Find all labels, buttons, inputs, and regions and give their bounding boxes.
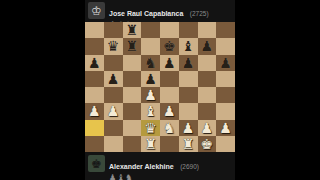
square-g7[interactable]: ♟ (198, 38, 217, 54)
square-e6[interactable]: ♟ (160, 55, 179, 71)
square-c5[interactable] (123, 71, 142, 87)
square-b8[interactable] (104, 22, 123, 38)
square-c8[interactable]: ♜ (123, 22, 142, 38)
bottom-captured-piece-icon-2: ♞ (125, 173, 133, 180)
piece-white-pawn-g2[interactable]: ♟ (201, 121, 214, 135)
square-h8[interactable] (216, 22, 235, 38)
square-a7[interactable] (85, 38, 104, 54)
piece-white-bishop-d3[interactable]: ♝ (144, 104, 157, 118)
square-e1[interactable] (160, 136, 179, 152)
square-g1[interactable]: ♚ (198, 136, 217, 152)
square-a4[interactable] (85, 87, 104, 103)
square-d8[interactable] (141, 22, 160, 38)
piece-white-rook-f1[interactable]: ♜ (182, 137, 195, 151)
square-g3[interactable] (198, 103, 217, 119)
piece-black-rook-c8[interactable]: ♜ (126, 23, 139, 37)
bottom-player-bar: ♚ Alexander Alekhine (2690) ♟♝♞ (85, 153, 235, 180)
piece-black-pawn-a6[interactable]: ♟ (88, 56, 101, 70)
square-d3[interactable]: ♝ (141, 103, 160, 119)
square-h2[interactable]: ♟ (216, 120, 235, 136)
square-a5[interactable] (85, 71, 104, 87)
square-a3[interactable]: ♟ (85, 103, 104, 119)
piece-black-pawn-d5[interactable]: ♟ (144, 72, 157, 86)
piece-white-king-g1[interactable]: ♚ (201, 137, 214, 151)
piece-black-pawn-e6[interactable]: ♟ (163, 56, 176, 70)
square-b7[interactable]: ♛ (104, 38, 123, 54)
square-c1[interactable] (123, 136, 142, 152)
square-c3[interactable] (123, 103, 142, 119)
piece-white-knight-e2[interactable]: ♞ (163, 121, 176, 135)
piece-white-pawn-h2[interactable]: ♟ (219, 121, 232, 135)
bottom-player-info: Alexander Alekhine (2690) ♟♝♞ (109, 155, 199, 180)
square-g4[interactable] (198, 87, 217, 103)
square-e8[interactable] (160, 22, 179, 38)
square-f5[interactable] (179, 71, 198, 87)
bottom-captured-pieces-tray: ♟♝♞ (109, 173, 199, 180)
square-a6[interactable]: ♟ (85, 55, 104, 71)
top-player-bar: ♔ Jose Raul Capablanca (2725) ♙♗♘ (85, 0, 235, 22)
bottom-captured-piece-icon-0: ♟ (109, 173, 117, 180)
top-player-avatar: ♔ (88, 2, 105, 19)
square-d7[interactable] (141, 38, 160, 54)
square-c7[interactable]: ♜ (123, 38, 142, 54)
piece-black-bishop-f7[interactable]: ♝ (182, 39, 195, 53)
top-player-rating: (2725) (190, 10, 209, 17)
piece-black-pawn-f6[interactable]: ♟ (182, 56, 195, 70)
piece-white-pawn-f2[interactable]: ♟ (182, 121, 195, 135)
square-b5[interactable]: ♟ (104, 71, 123, 87)
square-h6[interactable]: ♟ (216, 55, 235, 71)
square-a1[interactable] (85, 136, 104, 152)
piece-black-rook-c7[interactable]: ♜ (126, 39, 139, 53)
square-e5[interactable] (160, 71, 179, 87)
square-f7[interactable]: ♝ (179, 38, 198, 54)
square-h7[interactable] (216, 38, 235, 54)
square-b4[interactable] (104, 87, 123, 103)
piece-white-pawn-a3[interactable]: ♟ (88, 104, 101, 118)
video-frame: ♔ Jose Raul Capablanca (2725) ♙♗♘ ♜♛♜♚♝♟… (0, 0, 320, 180)
black-king-avatar-icon: ♚ (91, 158, 102, 170)
square-f1[interactable]: ♜ (179, 136, 198, 152)
square-c4[interactable] (123, 87, 142, 103)
square-b3[interactable]: ♟ (104, 103, 123, 119)
square-f3[interactable] (179, 103, 198, 119)
bottom-player-avatar: ♚ (88, 155, 105, 172)
square-b6[interactable] (104, 55, 123, 71)
square-d5[interactable]: ♟ (141, 71, 160, 87)
piece-black-pawn-h6[interactable]: ♟ (219, 56, 232, 70)
piece-white-pawn-b3[interactable]: ♟ (107, 104, 120, 118)
square-f4[interactable] (179, 87, 198, 103)
square-c2[interactable] (123, 120, 142, 136)
square-g5[interactable] (198, 71, 217, 87)
square-g6[interactable] (198, 55, 217, 71)
square-f8[interactable] (179, 22, 198, 38)
square-e2[interactable]: ♞ (160, 120, 179, 136)
bottom-player-name: Alexander Alekhine (109, 163, 174, 170)
white-king-avatar-icon: ♔ (91, 5, 102, 17)
piece-white-queen-d2[interactable]: ♛ (144, 121, 157, 135)
square-g8[interactable] (198, 22, 217, 38)
piece-white-pawn-d4[interactable]: ♟ (144, 88, 157, 102)
piece-black-pawn-b5[interactable]: ♟ (107, 72, 120, 86)
piece-white-pawn-e3[interactable]: ♟ (163, 104, 176, 118)
square-d4[interactable]: ♟ (141, 87, 160, 103)
chess-board[interactable]: ♜♛♜♚♝♟♟♞♟♟♟♟♟♟♟♟♝♟♛♞♟♟♟♜♜♚ (85, 22, 235, 152)
piece-black-queen-b7[interactable]: ♛ (107, 39, 120, 53)
bottom-player-rating: (2690) (180, 163, 199, 170)
square-a2[interactable] (85, 120, 104, 136)
square-h3[interactable] (216, 103, 235, 119)
square-h1[interactable] (216, 136, 235, 152)
square-a8[interactable] (85, 22, 104, 38)
piece-black-knight-d6[interactable]: ♞ (144, 56, 157, 70)
square-g2[interactable]: ♟ (198, 120, 217, 136)
square-h5[interactable] (216, 71, 235, 87)
app-content: ♔ Jose Raul Capablanca (2725) ♙♗♘ ♜♛♜♚♝♟… (85, 0, 235, 180)
top-player-name: Jose Raul Capablanca (109, 10, 183, 17)
square-e4[interactable] (160, 87, 179, 103)
piece-black-king-e7[interactable]: ♚ (163, 39, 176, 53)
square-b1[interactable] (104, 136, 123, 152)
square-e7[interactable]: ♚ (160, 38, 179, 54)
square-c6[interactable] (123, 55, 142, 71)
piece-black-pawn-g7[interactable]: ♟ (201, 39, 214, 53)
square-f2[interactable]: ♟ (179, 120, 198, 136)
square-e3[interactable]: ♟ (160, 103, 179, 119)
piece-white-rook-d1[interactable]: ♜ (144, 137, 157, 151)
square-d2[interactable]: ♛ (141, 120, 160, 136)
square-h4[interactable] (216, 87, 235, 103)
square-d1[interactable]: ♜ (141, 136, 160, 152)
square-d6[interactable]: ♞ (141, 55, 160, 71)
square-f6[interactable]: ♟ (179, 55, 198, 71)
square-b2[interactable] (104, 120, 123, 136)
